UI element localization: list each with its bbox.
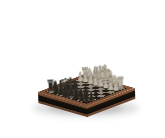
chess-set: ♜♞♝♛♚♝♞♜♟♟♟♟♟♟♟♟♟♟♟♟♟♟♟♟♜♞♝♛♚♝♞♜ (0, 0, 165, 138)
pieces-layer: ♜♞♝♛♚♝♞♜♟♟♟♟♟♟♟♟♟♟♟♟♟♟♟♟♜♞♝♛♚♝♞♜ (0, 0, 165, 138)
chess-set-product-photo: ♜♞♝♛♚♝♞♜♟♟♟♟♟♟♟♟♟♟♟♟♟♟♟♟♜♞♝♛♚♝♞♜ (0, 0, 165, 138)
board-square (81, 100, 91, 103)
